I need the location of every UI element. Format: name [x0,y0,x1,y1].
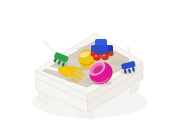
red-wheel [93,53,100,60]
sandbox-product-photo [0,0,189,140]
red-wheel [108,51,113,56]
wheel-highlight [95,55,97,57]
wheel-highlight [103,55,105,57]
red-wheel [101,53,108,60]
